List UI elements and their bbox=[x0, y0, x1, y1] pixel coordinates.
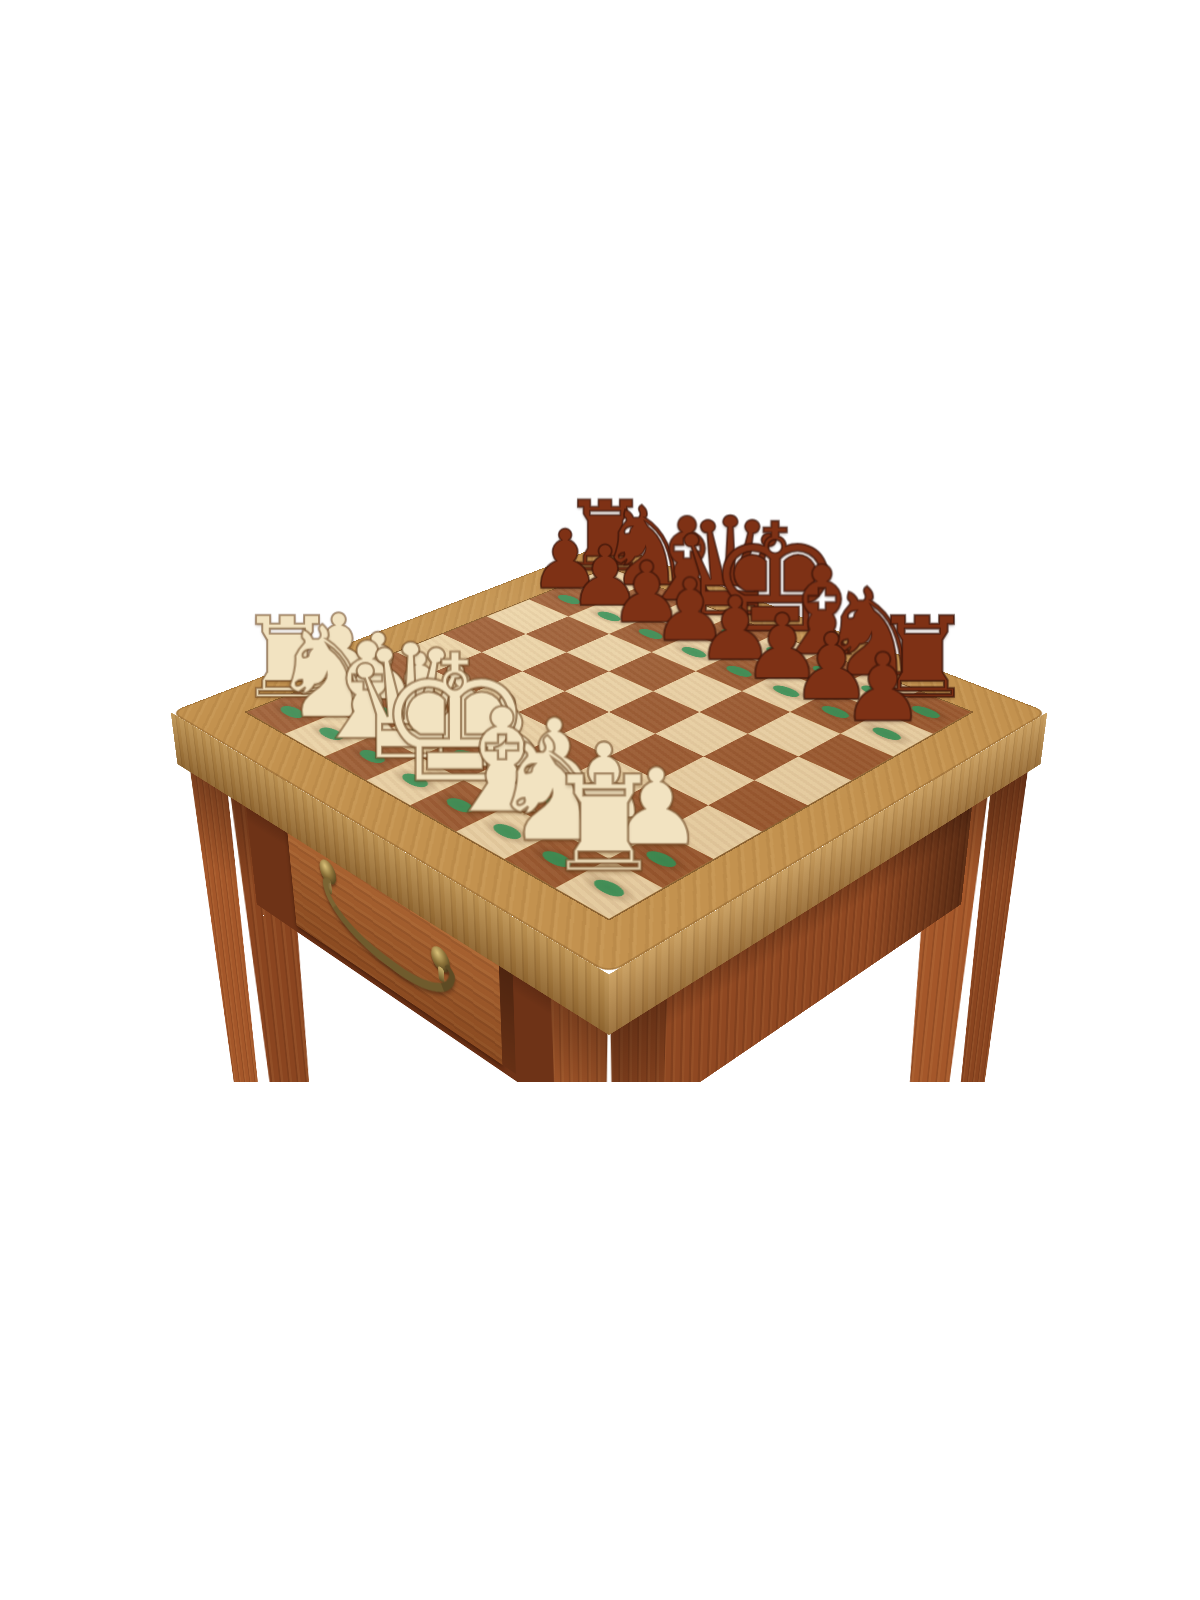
piece-black-pawn[interactable]: ♟ bbox=[770, 642, 995, 736]
product-photo: ♜♞♝♛♚♝♞♜♟♟♟♟♟♟♟♟♟♟♟♟♟♟♟♟♜♞♝♛♚♝♞♜ bbox=[0, 0, 1200, 1082]
scene: ♜♞♝♛♚♝♞♜♟♟♟♟♟♟♟♟♟♟♟♟♟♟♟♟♜♞♝♛♚♝♞♜ bbox=[0, 0, 1200, 1082]
square-h1: ♜ bbox=[555, 859, 662, 919]
page: { "game": "chess", "scene": { "descripti… bbox=[0, 0, 1200, 1600]
piece-white-rook[interactable]: ♜ bbox=[473, 758, 734, 891]
chess-table: ♜♞♝♛♚♝♞♜♟♟♟♟♟♟♟♟♟♟♟♟♟♟♟♟♜♞♝♛♚♝♞♜ bbox=[171, 543, 1048, 975]
